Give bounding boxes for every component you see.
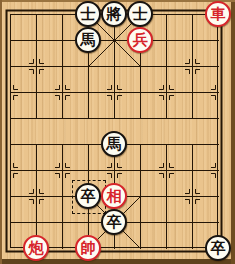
piece-black-soldier[interactable]: 卒 bbox=[101, 209, 127, 235]
piece-glyph: 車 bbox=[211, 6, 226, 21]
piece-glyph: 卒 bbox=[81, 188, 96, 203]
piece-black-horse[interactable]: 馬 bbox=[101, 131, 127, 157]
piece-glyph: 馬 bbox=[81, 32, 96, 47]
piece-glyph: 士 bbox=[133, 6, 148, 21]
piece-glyph: 相 bbox=[107, 188, 122, 203]
piece-black-soldier[interactable]: 卒 bbox=[205, 235, 231, 261]
piece-glyph: 炮 bbox=[29, 240, 44, 255]
piece-black-advisor[interactable]: 士 bbox=[127, 1, 153, 27]
piece-glyph: 將 bbox=[107, 6, 122, 21]
piece-black-soldier[interactable]: 卒 bbox=[75, 183, 101, 209]
piece-glyph: 卒 bbox=[211, 240, 226, 255]
piece-glyph: 士 bbox=[81, 6, 96, 21]
piece-glyph: 帥 bbox=[81, 240, 96, 255]
piece-black-advisor[interactable]: 士 bbox=[75, 1, 101, 27]
piece-red-elephant[interactable]: 相 bbox=[101, 183, 127, 209]
piece-glyph: 卒 bbox=[107, 214, 122, 229]
piece-black-horse[interactable]: 馬 bbox=[75, 27, 101, 53]
xiangqi-board: 士將士車馬兵馬卒相卒炮帥卒 bbox=[0, 0, 235, 264]
piece-red-soldier[interactable]: 兵 bbox=[127, 27, 153, 53]
piece-red-cannon[interactable]: 炮 bbox=[23, 235, 49, 261]
piece-glyph: 馬 bbox=[107, 136, 122, 151]
piece-glyph: 兵 bbox=[133, 32, 148, 47]
piece-black-general[interactable]: 將 bbox=[101, 1, 127, 27]
piece-red-chariot[interactable]: 車 bbox=[205, 1, 231, 27]
pieces-layer: 士將士車馬兵馬卒相卒炮帥卒 bbox=[0, 1, 231, 261]
piece-red-general[interactable]: 帥 bbox=[75, 235, 101, 261]
